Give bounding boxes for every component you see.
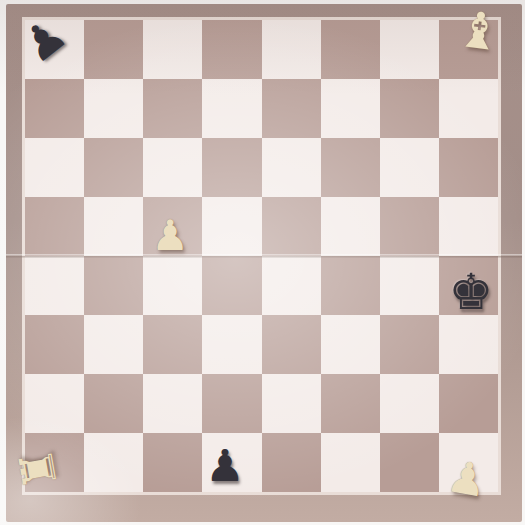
black-pawn[interactable]: ♟ [14, 9, 75, 71]
white-pawn[interactable]: ♟ [444, 454, 490, 504]
white-pawn[interactable]: ♟ [151, 215, 189, 257]
black-king[interactable]: ♚ [449, 267, 494, 317]
pieces-layer: ♟♝♟♚♜♟♟ [0, 0, 525, 525]
black-pawn[interactable]: ♟ [205, 444, 244, 488]
board-photo: ♟♝♟♚♜♟♟ [0, 0, 525, 525]
white-bishop[interactable]: ♝ [454, 3, 505, 58]
white-rook[interactable]: ♜ [12, 445, 64, 494]
